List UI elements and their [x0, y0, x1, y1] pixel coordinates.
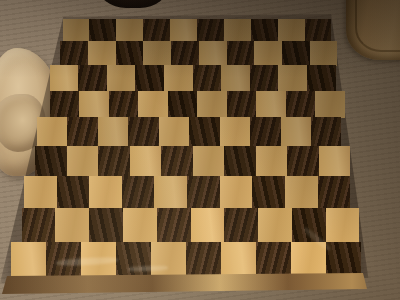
board-square-light	[220, 176, 253, 209]
board-square-light	[67, 146, 99, 177]
board-square-dark	[227, 91, 257, 118]
board-row	[24, 176, 350, 209]
board-square-dark	[197, 19, 224, 42]
board-square-dark	[122, 176, 155, 209]
board-square-dark	[224, 146, 256, 177]
board-square-light	[63, 19, 90, 42]
board-square-dark	[57, 176, 90, 209]
board-square-light	[193, 146, 225, 177]
board-square-dark	[116, 41, 144, 66]
board-square-light	[291, 242, 326, 278]
board-square-light	[154, 176, 187, 209]
board-square-dark	[143, 19, 170, 42]
board-square-dark	[318, 176, 351, 209]
board-square-dark	[157, 208, 191, 242]
board-square-light	[24, 176, 57, 209]
board-square-light	[285, 176, 318, 209]
board-square-light	[143, 41, 171, 66]
board-square-light	[151, 242, 186, 278]
board-square-light	[278, 19, 305, 42]
board-square-dark	[89, 19, 116, 42]
board-square-light	[88, 41, 116, 66]
board-square-dark	[305, 19, 332, 42]
board-square-light	[224, 19, 251, 42]
board-row	[37, 117, 342, 146]
board-square-dark	[186, 242, 221, 278]
board-square-light	[254, 41, 282, 66]
board-square-dark	[287, 146, 319, 177]
board-square-light	[170, 19, 197, 42]
board-square-dark	[128, 117, 158, 146]
board-square-light	[315, 91, 345, 118]
board-square-light	[138, 91, 168, 118]
board-square-dark	[67, 117, 97, 146]
board-row	[35, 146, 350, 177]
board-square-light	[221, 65, 250, 92]
board-square-dark	[187, 176, 220, 209]
board-square-dark	[98, 146, 130, 177]
board-square-dark	[171, 41, 199, 66]
board-square-light	[164, 65, 193, 92]
board-square-light	[258, 208, 292, 242]
board-square-light	[220, 117, 250, 146]
board-square-light	[89, 176, 122, 209]
board-square-dark	[227, 41, 255, 66]
board-square-dark	[135, 65, 164, 92]
board-square-light	[197, 91, 227, 118]
board-row	[22, 208, 360, 242]
board-square-dark	[286, 91, 316, 118]
board-row	[50, 65, 336, 92]
board-square-light	[281, 117, 311, 146]
board-square-dark	[193, 65, 222, 92]
board-square-light	[310, 41, 338, 66]
board-square-dark	[250, 65, 279, 92]
board-square-dark	[189, 117, 219, 146]
board-square-light	[11, 242, 46, 278]
board-square-dark	[251, 19, 278, 42]
board-square-dark	[78, 65, 107, 92]
board-square-dark	[252, 176, 285, 209]
board-square-light	[256, 146, 288, 177]
board-square-light	[221, 242, 256, 278]
board-square-dark	[282, 41, 310, 66]
board-square-dark	[307, 65, 336, 92]
board-square-dark	[311, 117, 341, 146]
board-row	[50, 91, 345, 118]
board-square-light	[116, 19, 143, 42]
board-square-light	[37, 117, 67, 146]
board-square-dark	[224, 208, 258, 242]
board-row	[60, 41, 337, 66]
board-square-light	[256, 91, 286, 118]
board-square-dark	[250, 117, 280, 146]
board-row	[63, 19, 332, 42]
board-square-light	[55, 208, 89, 242]
board-square-dark	[89, 208, 123, 242]
board-square-light	[326, 208, 360, 242]
table-surface	[0, 0, 400, 300]
board-square-light	[79, 91, 109, 118]
board-square-light	[123, 208, 157, 242]
board-square-dark	[35, 146, 67, 177]
board-square-dark	[326, 242, 361, 278]
board-square-light	[191, 208, 225, 242]
board-square-dark	[168, 91, 198, 118]
board-square-dark	[116, 242, 151, 278]
board-square-dark	[161, 146, 193, 177]
board-square-light	[278, 65, 307, 92]
board-square-dark	[60, 41, 88, 66]
board-square-dark	[22, 208, 56, 242]
board-square-dark	[256, 242, 291, 278]
board-square-light	[159, 117, 189, 146]
board-square-dark	[50, 91, 80, 118]
board-square-light	[130, 146, 162, 177]
board-square-light	[107, 65, 136, 92]
board-square-light	[98, 117, 128, 146]
board-square-light	[199, 41, 227, 66]
board-square-light	[50, 65, 79, 92]
game-board	[0, 0, 400, 300]
board-square-light	[319, 146, 351, 177]
board-square-dark	[109, 91, 139, 118]
